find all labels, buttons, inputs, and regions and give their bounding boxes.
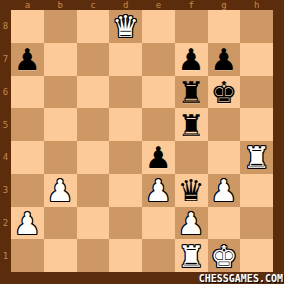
square-h7[interactable] [240, 43, 273, 76]
rank-label-3: 3 [0, 174, 11, 207]
square-h5[interactable] [240, 108, 273, 141]
rank-label-1: 1 [0, 239, 11, 272]
square-b1[interactable] [44, 239, 77, 272]
square-c8[interactable] [77, 10, 110, 43]
square-f2[interactable]: ♟ [175, 207, 208, 240]
square-d5[interactable] [109, 108, 142, 141]
white-pawn[interactable]: ♟ [178, 209, 205, 239]
rank-label-6: 6 [0, 76, 11, 109]
white-pawn[interactable]: ♟ [47, 176, 74, 206]
square-d3[interactable] [109, 174, 142, 207]
square-g4[interactable] [208, 141, 241, 174]
black-rook[interactable]: ♜ [178, 78, 205, 108]
site-brand: CHESSGAMES.COM [199, 272, 283, 284]
square-f5[interactable]: ♜ [175, 108, 208, 141]
black-pawn[interactable]: ♟ [178, 45, 205, 75]
white-pawn[interactable]: ♟ [145, 176, 172, 206]
square-e8[interactable] [142, 10, 175, 43]
black-pawn[interactable]: ♟ [14, 45, 41, 75]
square-e1[interactable] [142, 239, 175, 272]
square-e7[interactable] [142, 43, 175, 76]
white-king[interactable]: ♚ [210, 242, 237, 272]
square-b5[interactable] [44, 108, 77, 141]
square-g8[interactable] [208, 10, 241, 43]
black-pawn[interactable]: ♟ [210, 45, 237, 75]
square-b3[interactable]: ♟ [44, 174, 77, 207]
square-f8[interactable] [175, 10, 208, 43]
square-b6[interactable] [44, 76, 77, 109]
square-c4[interactable] [77, 141, 110, 174]
file-labels: abcdefgh [11, 0, 273, 10]
square-e5[interactable] [142, 108, 175, 141]
white-pawn[interactable]: ♟ [14, 209, 41, 239]
rank-label-8: 8 [0, 10, 11, 43]
square-g5[interactable] [208, 108, 241, 141]
square-c1[interactable] [77, 239, 110, 272]
square-f6[interactable]: ♜ [175, 76, 208, 109]
square-c6[interactable] [77, 76, 110, 109]
square-a6[interactable] [11, 76, 44, 109]
file-label-f: f [175, 0, 208, 10]
rank-label-2: 2 [0, 207, 11, 240]
square-a1[interactable] [11, 239, 44, 272]
square-f3[interactable]: ♛ [175, 174, 208, 207]
square-h3[interactable] [240, 174, 273, 207]
file-label-c: c [77, 0, 110, 10]
square-g6[interactable]: ♚ [208, 76, 241, 109]
white-pawn[interactable]: ♟ [210, 176, 237, 206]
square-d4[interactable] [109, 141, 142, 174]
rank-label-7: 7 [0, 43, 11, 76]
square-b7[interactable] [44, 43, 77, 76]
square-a3[interactable] [11, 174, 44, 207]
file-label-g: g [208, 0, 241, 10]
rank-labels: 87654321 [0, 10, 11, 272]
square-c2[interactable] [77, 207, 110, 240]
square-g1[interactable]: ♚ [208, 239, 241, 272]
square-d8[interactable]: ♛ [109, 10, 142, 43]
square-c3[interactable] [77, 174, 110, 207]
square-b4[interactable] [44, 141, 77, 174]
square-e4[interactable]: ♟ [142, 141, 175, 174]
square-e3[interactable]: ♟ [142, 174, 175, 207]
square-f4[interactable] [175, 141, 208, 174]
square-a4[interactable] [11, 141, 44, 174]
file-label-a: a [11, 0, 44, 10]
square-b2[interactable] [44, 207, 77, 240]
square-d7[interactable] [109, 43, 142, 76]
square-g2[interactable] [208, 207, 241, 240]
rank-label-5: 5 [0, 108, 11, 141]
white-rook[interactable]: ♜ [243, 143, 270, 173]
file-label-b: b [44, 0, 77, 10]
square-a5[interactable] [11, 108, 44, 141]
square-g3[interactable]: ♟ [208, 174, 241, 207]
black-rook[interactable]: ♜ [178, 111, 205, 141]
black-king[interactable]: ♚ [210, 78, 237, 108]
white-rook[interactable]: ♜ [178, 242, 205, 272]
square-a8[interactable] [11, 10, 44, 43]
square-h4[interactable]: ♜ [240, 141, 273, 174]
square-f1[interactable]: ♜ [175, 239, 208, 272]
black-pawn[interactable]: ♟ [145, 143, 172, 173]
square-e6[interactable] [142, 76, 175, 109]
square-c7[interactable] [77, 43, 110, 76]
white-queen[interactable]: ♛ [112, 12, 139, 42]
square-g7[interactable]: ♟ [208, 43, 241, 76]
square-h6[interactable] [240, 76, 273, 109]
square-a7[interactable]: ♟ [11, 43, 44, 76]
chess-board-frame: abcdefgh 87654321 ♛♟♟♟♜♚♜♟♜♟♟♛♟♟♟♜♚ CHES… [0, 0, 284, 284]
square-h8[interactable] [240, 10, 273, 43]
square-h2[interactable] [240, 207, 273, 240]
square-a2[interactable]: ♟ [11, 207, 44, 240]
square-d2[interactable] [109, 207, 142, 240]
file-label-h: h [240, 0, 273, 10]
square-d6[interactable] [109, 76, 142, 109]
rank-label-4: 4 [0, 141, 11, 174]
square-c5[interactable] [77, 108, 110, 141]
square-h1[interactable] [240, 239, 273, 272]
black-queen[interactable]: ♛ [178, 176, 205, 206]
square-f7[interactable]: ♟ [175, 43, 208, 76]
square-d1[interactable] [109, 239, 142, 272]
chess-board: ♛♟♟♟♜♚♜♟♜♟♟♛♟♟♟♜♚ [11, 10, 273, 272]
square-b8[interactable] [44, 10, 77, 43]
square-e2[interactable] [142, 207, 175, 240]
file-label-e: e [142, 0, 175, 10]
